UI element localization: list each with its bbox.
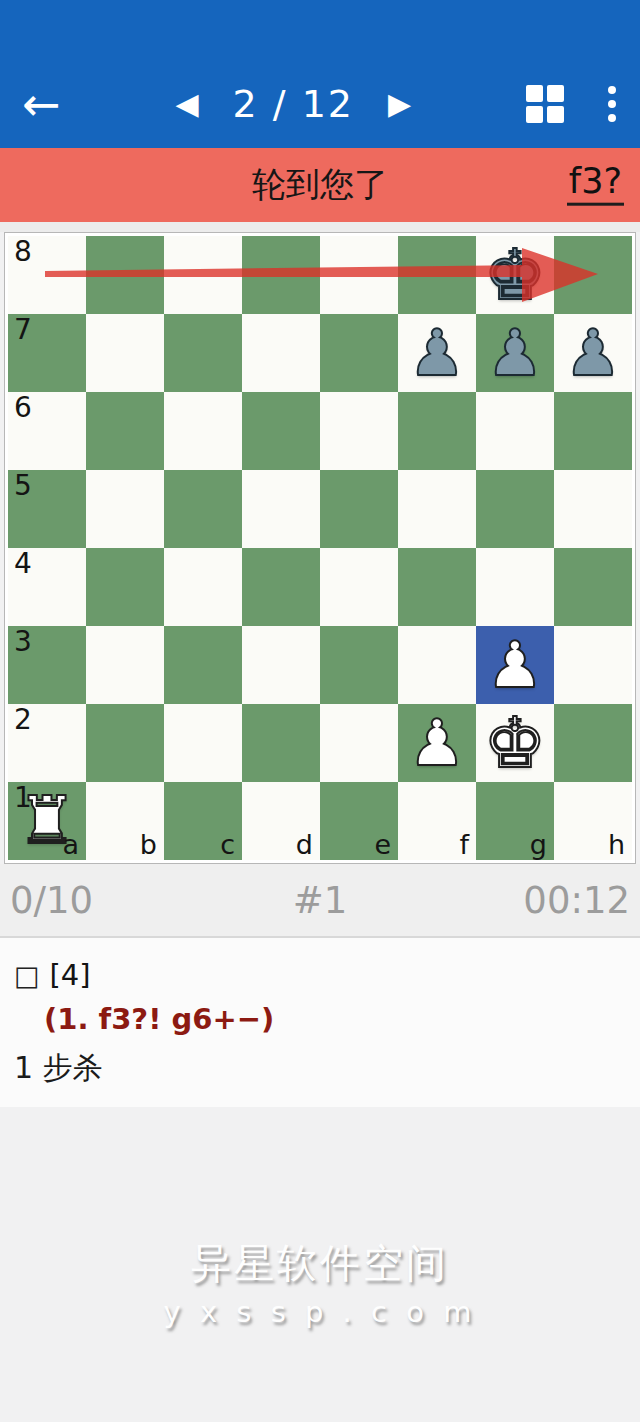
- square-c5[interactable]: [164, 470, 242, 548]
- white-king-g2[interactable]: ♚: [476, 704, 554, 782]
- rank-label-2: 2: [14, 705, 32, 736]
- file-label-c: c: [220, 829, 235, 860]
- square-b1[interactable]: b: [86, 782, 164, 860]
- file-label-f: f: [459, 829, 469, 860]
- square-d6[interactable]: [242, 392, 320, 470]
- puzzle-tag: [4]: [50, 958, 91, 992]
- square-d1[interactable]: d: [242, 782, 320, 860]
- app-header: ← ◀ 2 / 12 ▶: [0, 0, 640, 148]
- square-g6[interactable]: [476, 392, 554, 470]
- next-puzzle-button[interactable]: ▶: [388, 89, 411, 119]
- square-b8[interactable]: [86, 236, 164, 314]
- square-f4[interactable]: [398, 548, 476, 626]
- turn-banner-text: 轮到您了: [252, 162, 388, 208]
- chess-board[interactable]: 8♚7♟♟♟6543♟2♟♚1a♜bcdefgh: [8, 236, 632, 860]
- square-e7[interactable]: [320, 314, 398, 392]
- white-pawn-f2[interactable]: ♟: [398, 704, 476, 782]
- square-a2[interactable]: 2: [8, 704, 86, 782]
- square-c8[interactable]: [164, 236, 242, 314]
- square-h1[interactable]: h: [554, 782, 632, 860]
- status-bar: 0/10 #1 00:12: [0, 864, 640, 938]
- puzzle-header-line: □ [4]: [14, 958, 626, 992]
- prev-puzzle-button[interactable]: ◀: [175, 89, 198, 119]
- moves-panel: □ [4] (1. f3?! g6+−) 1 步杀: [0, 938, 640, 1107]
- rank-label-7: 7: [14, 315, 32, 346]
- rank-label-6: 6: [14, 393, 32, 424]
- grid-view-icon[interactable]: [526, 85, 564, 123]
- rank-label-4: 4: [14, 549, 32, 580]
- square-b2[interactable]: [86, 704, 164, 782]
- square-a8[interactable]: 8: [8, 236, 86, 314]
- square-c6[interactable]: [164, 392, 242, 470]
- square-g7[interactable]: ♟: [476, 314, 554, 392]
- turn-banner: 轮到您了 f3?: [0, 148, 640, 222]
- rank-label-8: 8: [14, 237, 32, 268]
- square-e6[interactable]: [320, 392, 398, 470]
- file-label-a: a: [62, 829, 79, 860]
- white-pawn-g3[interactable]: ♟: [476, 626, 554, 704]
- square-b4[interactable]: [86, 548, 164, 626]
- square-a5[interactable]: 5: [8, 470, 86, 548]
- square-g2[interactable]: ♚: [476, 704, 554, 782]
- square-e4[interactable]: [320, 548, 398, 626]
- square-b6[interactable]: [86, 392, 164, 470]
- square-f1[interactable]: f: [398, 782, 476, 860]
- rank-label-1: 1: [14, 783, 32, 814]
- black-king-g8[interactable]: ♚: [476, 236, 554, 314]
- square-f6[interactable]: [398, 392, 476, 470]
- square-g5[interactable]: [476, 470, 554, 548]
- square-f2[interactable]: ♟: [398, 704, 476, 782]
- square-h7[interactable]: ♟: [554, 314, 632, 392]
- square-a3[interactable]: 3: [8, 626, 86, 704]
- spacer: [0, 222, 640, 232]
- square-d7[interactable]: [242, 314, 320, 392]
- square-d5[interactable]: [242, 470, 320, 548]
- square-g1[interactable]: g: [476, 782, 554, 860]
- square-h6[interactable]: [554, 392, 632, 470]
- square-b5[interactable]: [86, 470, 164, 548]
- square-c3[interactable]: [164, 626, 242, 704]
- square-e1[interactable]: e: [320, 782, 398, 860]
- file-label-b: b: [140, 829, 157, 860]
- score-counter: 0/10: [10, 879, 170, 922]
- square-f7[interactable]: ♟: [398, 314, 476, 392]
- square-g3[interactable]: ♟: [476, 626, 554, 704]
- tried-move-link[interactable]: f3?: [567, 161, 624, 206]
- square-f3[interactable]: [398, 626, 476, 704]
- overflow-menu-icon[interactable]: [606, 82, 618, 126]
- black-pawn-f7[interactable]: ♟: [398, 314, 476, 392]
- square-a7[interactable]: 7: [8, 314, 86, 392]
- square-a4[interactable]: 4: [8, 548, 86, 626]
- puzzle-goal-text: 1 步杀: [14, 1048, 626, 1089]
- square-d3[interactable]: [242, 626, 320, 704]
- white-to-move-icon: □: [14, 962, 40, 989]
- square-e5[interactable]: [320, 470, 398, 548]
- watermark-url: y x s s p . c o m: [0, 1295, 640, 1329]
- rank-label-3: 3: [14, 627, 32, 658]
- square-c7[interactable]: [164, 314, 242, 392]
- square-h8[interactable]: [554, 236, 632, 314]
- failed-variation-text[interactable]: (1. f3?! g6+−): [44, 1002, 626, 1036]
- square-e2[interactable]: [320, 704, 398, 782]
- square-c1[interactable]: c: [164, 782, 242, 860]
- black-pawn-h7[interactable]: ♟: [554, 314, 632, 392]
- square-d2[interactable]: [242, 704, 320, 782]
- square-h4[interactable]: [554, 548, 632, 626]
- black-pawn-g7[interactable]: ♟: [476, 314, 554, 392]
- timer: 00:12: [470, 879, 630, 922]
- square-g4[interactable]: [476, 548, 554, 626]
- file-label-h: h: [608, 829, 625, 860]
- square-f8[interactable]: [398, 236, 476, 314]
- square-h5[interactable]: [554, 470, 632, 548]
- back-button[interactable]: ←: [22, 81, 61, 127]
- square-b3[interactable]: [86, 626, 164, 704]
- square-a6[interactable]: 6: [8, 392, 86, 470]
- file-label-g: g: [530, 829, 547, 860]
- file-label-e: e: [374, 829, 391, 860]
- square-d4[interactable]: [242, 548, 320, 626]
- puzzle-counter: 2 / 12: [233, 82, 355, 126]
- watermark-title: 异星软件空间: [0, 1236, 640, 1291]
- square-c2[interactable]: [164, 704, 242, 782]
- square-e8[interactable]: [320, 236, 398, 314]
- square-h3[interactable]: [554, 626, 632, 704]
- chess-board-frame: 8♚7♟♟♟6543♟2♟♚1a♜bcdefgh: [4, 232, 636, 864]
- watermark: 异星软件空间 y x s s p . c o m: [0, 1236, 640, 1329]
- square-h2[interactable]: [554, 704, 632, 782]
- square-g8[interactable]: ♚: [476, 236, 554, 314]
- file-label-d: d: [296, 829, 313, 860]
- square-c4[interactable]: [164, 548, 242, 626]
- square-f5[interactable]: [398, 470, 476, 548]
- square-b7[interactable]: [86, 314, 164, 392]
- square-e3[interactable]: [320, 626, 398, 704]
- rank-label-5: 5: [14, 471, 32, 502]
- square-d8[interactable]: [242, 236, 320, 314]
- square-a1[interactable]: 1a♜: [8, 782, 86, 860]
- puzzle-number: #1: [170, 879, 470, 922]
- puzzle-navigation: ◀ 2 / 12 ▶: [61, 82, 526, 126]
